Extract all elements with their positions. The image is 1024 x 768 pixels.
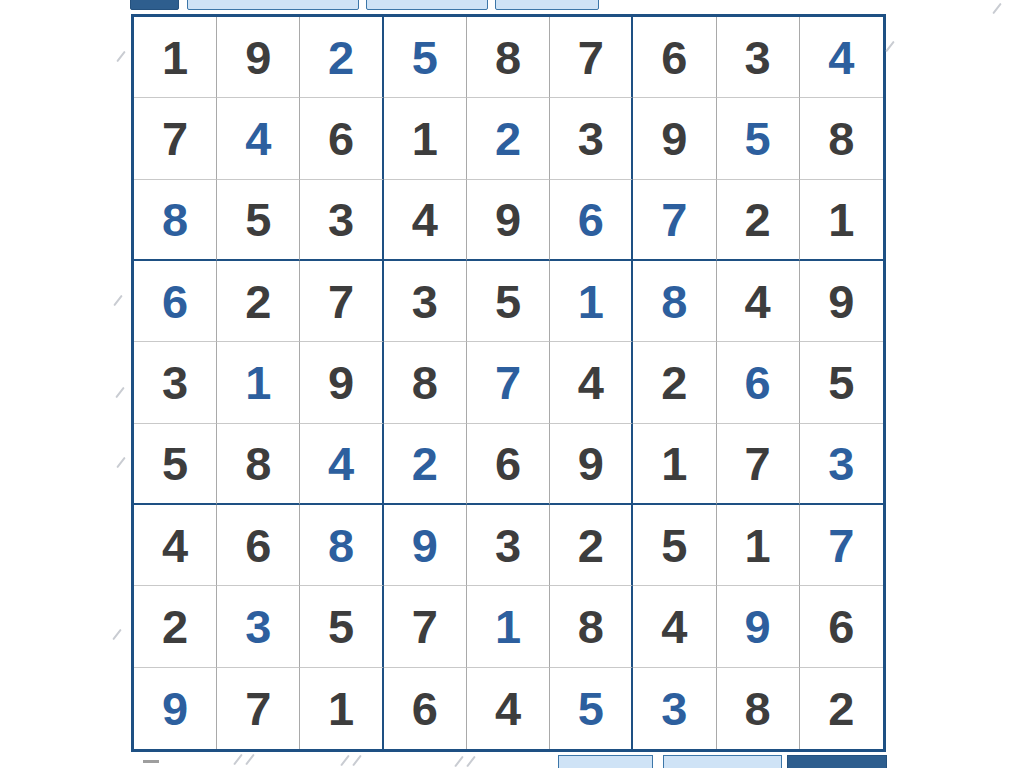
sudoku-cell-r3c1[interactable]: 8 [134, 180, 217, 261]
sudoku-board: 1925876347461239588534967216273518493198… [131, 14, 886, 752]
sudoku-cell-r9c8[interactable]: 8 [717, 668, 800, 749]
sudoku-cell-r9c1[interactable]: 9 [134, 668, 217, 749]
sudoku-cell-r6c1[interactable]: 5 [134, 424, 217, 505]
sudoku-cell-r6c6[interactable]: 9 [550, 424, 633, 505]
sudoku-cell-r5c7[interactable]: 2 [633, 342, 716, 423]
hatch-mark [115, 387, 125, 398]
sudoku-cell-r9c6[interactable]: 5 [550, 668, 633, 749]
sudoku-cell-r4c4[interactable]: 3 [384, 261, 467, 342]
sudoku-cell-r6c5[interactable]: 6 [467, 424, 550, 505]
sudoku-cell-r3c4[interactable]: 4 [384, 180, 467, 261]
decoration-dash [143, 760, 159, 763]
hatch-mark [885, 41, 895, 52]
sudoku-cell-r5c6[interactable]: 4 [550, 342, 633, 423]
sudoku-cell-r8c7[interactable]: 4 [633, 586, 716, 667]
sudoku-cell-r7c5[interactable]: 3 [467, 505, 550, 586]
hatch-mark [340, 755, 350, 766]
sudoku-cell-r2c5[interactable]: 2 [467, 98, 550, 179]
sudoku-cell-r2c9[interactable]: 8 [800, 98, 883, 179]
hatch-mark [466, 756, 476, 767]
sudoku-cell-r2c3[interactable]: 6 [300, 98, 383, 179]
sudoku-cell-r9c3[interactable]: 1 [300, 668, 383, 749]
sudoku-cell-r6c4[interactable]: 2 [384, 424, 467, 505]
sudoku-cell-r1c7[interactable]: 6 [633, 17, 716, 98]
sudoku-cell-r4c5[interactable]: 5 [467, 261, 550, 342]
sudoku-cell-r3c7[interactable]: 7 [633, 180, 716, 261]
sudoku-cell-r3c9[interactable]: 1 [800, 180, 883, 261]
hatch-mark [992, 3, 1002, 14]
sudoku-cell-r9c4[interactable]: 6 [384, 668, 467, 749]
sudoku-cell-r9c5[interactable]: 4 [467, 668, 550, 749]
sudoku-cell-r7c4[interactable]: 9 [384, 505, 467, 586]
sudoku-cell-r5c9[interactable]: 5 [800, 342, 883, 423]
sudoku-cell-r6c2[interactable]: 8 [217, 424, 300, 505]
sudoku-cell-r8c2[interactable]: 3 [217, 586, 300, 667]
sudoku-cell-r9c9[interactable]: 2 [800, 668, 883, 749]
sudoku-cell-r3c8[interactable]: 2 [717, 180, 800, 261]
sudoku-cell-r4c9[interactable]: 9 [800, 261, 883, 342]
sudoku-cell-r5c3[interactable]: 9 [300, 342, 383, 423]
hatch-mark [245, 754, 255, 765]
sudoku-cell-r5c4[interactable]: 8 [384, 342, 467, 423]
sudoku-cell-r1c8[interactable]: 3 [717, 17, 800, 98]
sudoku-cell-r2c2[interactable]: 4 [217, 98, 300, 179]
sudoku-cell-r7c7[interactable]: 5 [633, 505, 716, 586]
sudoku-cell-r2c8[interactable]: 5 [717, 98, 800, 179]
sudoku-cell-r1c3[interactable]: 2 [300, 17, 383, 98]
hatch-mark [233, 754, 243, 765]
sudoku-cell-r5c1[interactable]: 3 [134, 342, 217, 423]
sudoku-cell-r8c3[interactable]: 5 [300, 586, 383, 667]
hatch-mark [116, 51, 126, 62]
sudoku-cell-r3c3[interactable]: 3 [300, 180, 383, 261]
sudoku-cell-r9c2[interactable]: 7 [217, 668, 300, 749]
sudoku-cell-r2c4[interactable]: 1 [384, 98, 467, 179]
sudoku-cell-r8c6[interactable]: 8 [550, 586, 633, 667]
sudoku-cell-r7c6[interactable]: 2 [550, 505, 633, 586]
sudoku-cell-r5c5[interactable]: 7 [467, 342, 550, 423]
sudoku-cell-r2c6[interactable]: 3 [550, 98, 633, 179]
sudoku-cell-r1c4[interactable]: 5 [384, 17, 467, 98]
sudoku-cell-r5c8[interactable]: 6 [717, 342, 800, 423]
sudoku-cell-r7c1[interactable]: 4 [134, 505, 217, 586]
sudoku-cell-r4c1[interactable]: 6 [134, 261, 217, 342]
top-tab-4[interactable] [495, 0, 599, 10]
sudoku-cell-r4c7[interactable]: 8 [633, 261, 716, 342]
sudoku-cell-r6c9[interactable]: 3 [800, 424, 883, 505]
sudoku-cell-r2c7[interactable]: 9 [633, 98, 716, 179]
sudoku-cell-r6c8[interactable]: 7 [717, 424, 800, 505]
hatch-mark [113, 295, 123, 306]
sudoku-cell-r8c5[interactable]: 1 [467, 586, 550, 667]
bottom-tab-large-grid[interactable] [787, 755, 887, 768]
bottom-tab-small-grid[interactable] [558, 755, 653, 768]
sudoku-cell-r6c7[interactable]: 1 [633, 424, 716, 505]
sudoku-cell-r3c2[interactable]: 5 [217, 180, 300, 261]
sudoku-cell-r4c6[interactable]: 1 [550, 261, 633, 342]
sudoku-cell-r9c7[interactable]: 3 [633, 668, 716, 749]
top-tab-2[interactable] [187, 0, 359, 10]
hatch-mark [112, 629, 122, 640]
top-tab-3[interactable] [366, 0, 488, 10]
sudoku-cell-r7c8[interactable]: 1 [717, 505, 800, 586]
sudoku-cell-r4c2[interactable]: 2 [217, 261, 300, 342]
sudoku-cell-r1c2[interactable]: 9 [217, 17, 300, 98]
sudoku-cell-r8c1[interactable]: 2 [134, 586, 217, 667]
sudoku-cell-r4c3[interactable]: 7 [300, 261, 383, 342]
hatch-mark [352, 755, 362, 766]
top-tab-1[interactable] [130, 0, 179, 10]
sudoku-cell-r7c3[interactable]: 8 [300, 505, 383, 586]
sudoku-cell-r3c5[interactable]: 9 [467, 180, 550, 261]
sudoku-cell-r8c9[interactable]: 6 [800, 586, 883, 667]
hatch-mark [116, 457, 126, 468]
sudoku-cell-r3c6[interactable]: 6 [550, 180, 633, 261]
sudoku-cell-r7c2[interactable]: 6 [217, 505, 300, 586]
sudoku-cell-r8c4[interactable]: 7 [384, 586, 467, 667]
sudoku-cell-r4c8[interactable]: 4 [717, 261, 800, 342]
sudoku-cell-r6c3[interactable]: 4 [300, 424, 383, 505]
sudoku-cell-r7c9[interactable]: 7 [800, 505, 883, 586]
sudoku-cell-r1c6[interactable]: 7 [550, 17, 633, 98]
hatch-mark [454, 756, 464, 767]
sudoku-cell-r1c5[interactable]: 8 [467, 17, 550, 98]
sudoku-cell-r5c2[interactable]: 1 [217, 342, 300, 423]
sudoku-cell-r2c1[interactable]: 7 [134, 98, 217, 179]
sudoku-cell-r1c9[interactable]: 4 [800, 17, 883, 98]
sudoku-cell-r8c8[interactable]: 9 [717, 586, 800, 667]
bottom-tab-medium-grid[interactable] [663, 755, 782, 768]
sudoku-cell-r1c1[interactable]: 1 [134, 17, 217, 98]
